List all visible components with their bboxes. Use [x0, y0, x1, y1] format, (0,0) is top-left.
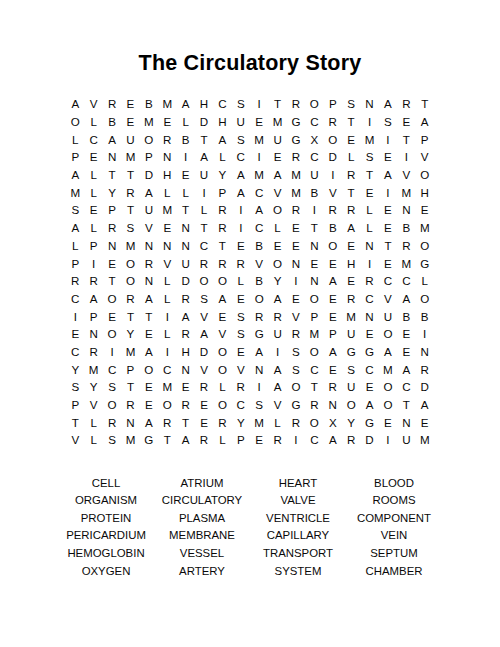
grid-cell-r17c2: Y	[84, 378, 102, 396]
grid-cell-r13c9: E	[213, 307, 231, 325]
grid-cell-r14c19: E	[397, 325, 415, 343]
grid-cell-r13c16: M	[342, 307, 360, 325]
grid-cell-r9c14: N	[305, 237, 323, 255]
grid-cell-r7c1: S	[66, 201, 84, 219]
grid-cell-r16c20: R	[416, 360, 434, 378]
grid-cell-r14c9: V	[213, 325, 231, 343]
grid-cell-r13c12: R	[268, 307, 286, 325]
grid-cell-r11c7: D	[176, 272, 194, 290]
word-list-item: VEIN	[346, 527, 442, 545]
grid-cell-r7c20: E	[416, 201, 434, 219]
grid-cell-r14c8: A	[195, 325, 213, 343]
grid-cell-r8c11: C	[250, 219, 268, 237]
grid-cell-r3c9: A	[213, 130, 231, 148]
grid-cell-r14c6: L	[158, 325, 176, 343]
grid-cell-r10c7: U	[176, 254, 194, 272]
grid-cell-r8c16: A	[342, 219, 360, 237]
grid-cell-r8c14: T	[305, 219, 323, 237]
grid-cell-r17c3: S	[103, 378, 121, 396]
grid-cell-r7c8: L	[195, 201, 213, 219]
grid-cell-r18c10: C	[232, 396, 250, 414]
grid-cell-r17c18: O	[379, 378, 397, 396]
grid-cell-r19c6: R	[158, 413, 176, 431]
grid-cell-r18c14: R	[305, 396, 323, 414]
word-list-item: HEART	[250, 474, 346, 492]
grid-cell-r1c1: A	[66, 95, 84, 113]
grid-cell-r19c19: N	[397, 413, 415, 431]
grid-cell-r1c19: R	[397, 95, 415, 113]
grid-cell-r14c1: E	[66, 325, 84, 343]
grid-cell-r18c5: E	[140, 396, 158, 414]
grid-cell-r7c14: I	[305, 201, 323, 219]
grid-cell-r19c12: L	[268, 413, 286, 431]
grid-cell-r14c14: M	[305, 325, 323, 343]
word-list-item: TRANSPORT	[250, 544, 346, 562]
grid-cell-r14c15: P	[324, 325, 342, 343]
grid-cell-r8c10: I	[232, 219, 250, 237]
grid-cell-r5c12: A	[268, 166, 286, 184]
grid-cell-r7c18: E	[379, 201, 397, 219]
word-list-item: BLOOD	[346, 474, 442, 492]
grid-cell-r20c3: S	[103, 431, 121, 449]
grid-cell-r13c11: R	[250, 307, 268, 325]
grid-cell-r7c10: I	[232, 201, 250, 219]
grid-cell-r14c3: O	[103, 325, 121, 343]
grid-cell-r9c12: E	[268, 237, 286, 255]
grid-cell-r1c2: V	[84, 95, 102, 113]
grid-cell-r8c3: R	[103, 219, 121, 237]
grid-cell-r4c3: N	[103, 148, 121, 166]
grid-cell-r6c14: B	[305, 183, 323, 201]
grid-cell-r2c1: O	[66, 113, 84, 131]
grid-cell-r11c17: R	[360, 272, 378, 290]
word-list-item: CAPILLARY	[250, 527, 346, 545]
grid-cell-r15c20: N	[416, 343, 434, 361]
grid-cell-r5c5: D	[140, 166, 158, 184]
grid-cell-r5c7: E	[176, 166, 194, 184]
grid-cell-r13c14: P	[305, 307, 323, 325]
grid-cell-r20c18: I	[379, 431, 397, 449]
grid-cell-r13c6: I	[158, 307, 176, 325]
grid-cell-r15c1: C	[66, 343, 84, 361]
grid-cell-r16c15: E	[324, 360, 342, 378]
grid-cell-r7c13: R	[287, 201, 305, 219]
grid-cell-r9c16: E	[342, 237, 360, 255]
grid-cell-r1c12: T	[268, 95, 286, 113]
grid-cell-r20c13: I	[287, 431, 305, 449]
grid-cell-r20c20: M	[416, 431, 434, 449]
grid-cell-r8c7: N	[176, 219, 194, 237]
grid-cell-r1c18: A	[379, 95, 397, 113]
grid-cell-r1c9: C	[213, 95, 231, 113]
grid-cell-r19c20: E	[416, 413, 434, 431]
grid-cell-r10c10: R	[232, 254, 250, 272]
grid-cell-r8c1: A	[66, 219, 84, 237]
grid-cell-r9c9: T	[213, 237, 231, 255]
grid-cell-r7c17: L	[360, 201, 378, 219]
grid-cell-r8c18: E	[379, 219, 397, 237]
grid-cell-r5c14: U	[305, 166, 323, 184]
grid-cell-r10c16: H	[342, 254, 360, 272]
grid-cell-r13c2: P	[84, 307, 102, 325]
grid-cell-r16c10: V	[232, 360, 250, 378]
grid-cell-r16c13: S	[287, 360, 305, 378]
grid-cell-r17c17: E	[360, 378, 378, 396]
grid-cell-r14c18: O	[379, 325, 397, 343]
grid-cell-r1c4: E	[121, 95, 139, 113]
grid-cell-r14c5: E	[140, 325, 158, 343]
grid-cell-r14c2: N	[84, 325, 102, 343]
grid-cell-r18c9: O	[213, 396, 231, 414]
grid-cell-r14c4: Y	[121, 325, 139, 343]
grid-cell-r15c2: R	[84, 343, 102, 361]
grid-cell-r15c14: O	[305, 343, 323, 361]
grid-cell-r1c17: N	[360, 95, 378, 113]
grid-cell-r4c2: E	[84, 148, 102, 166]
grid-cell-r19c13: R	[287, 413, 305, 431]
grid-cell-r5c3: T	[103, 166, 121, 184]
word-list-item: VENTRICLE	[250, 509, 346, 527]
word-list-item: PROTEIN	[58, 509, 154, 527]
grid-cell-r5c15: I	[324, 166, 342, 184]
grid-cell-r3c15: O	[324, 130, 342, 148]
grid-cell-r6c4: R	[121, 183, 139, 201]
grid-cell-r1c16: S	[342, 95, 360, 113]
grid-cell-r20c8: R	[195, 431, 213, 449]
grid-cell-r18c3: O	[103, 396, 121, 414]
grid-cell-r20c10: P	[232, 431, 250, 449]
grid-cell-r19c8: E	[195, 413, 213, 431]
grid-cell-r16c6: C	[158, 360, 176, 378]
grid-cell-r11c11: B	[250, 272, 268, 290]
word-search-grid: AVREBMAHCSITROPSNARTOLBEMELDHUEMGCRTISEA…	[0, 95, 500, 449]
grid-cell-r12c9: A	[213, 290, 231, 308]
grid-cell-r12c19: A	[397, 290, 415, 308]
grid-cell-r3c1: L	[66, 130, 84, 148]
puzzle-title: The Circulatory Story	[0, 0, 500, 76]
grid-cell-r19c18: E	[379, 413, 397, 431]
grid-cell-r15c8: D	[195, 343, 213, 361]
grid-cell-r12c13: E	[287, 290, 305, 308]
grid-cell-r13c3: E	[103, 307, 121, 325]
grid-cell-r12c14: O	[305, 290, 323, 308]
grid-cell-r20c2: L	[84, 431, 102, 449]
grid-cell-r19c4: N	[121, 413, 139, 431]
grid-cell-r6c2: L	[84, 183, 102, 201]
grid-cell-r3c5: O	[140, 130, 158, 148]
worksheet-page: The Circulatory Story AVREBMAHCSITROPSNA…	[0, 0, 500, 647]
grid-cell-r6c12: V	[268, 183, 286, 201]
grid-cell-r13c13: V	[287, 307, 305, 325]
grid-cell-r15c10: E	[232, 343, 250, 361]
grid-cell-r14c20: I	[416, 325, 434, 343]
grid-cell-r9c11: B	[250, 237, 268, 255]
grid-cell-r14c11: G	[250, 325, 268, 343]
grid-cell-r16c9: O	[213, 360, 231, 378]
grid-cell-r15c4: M	[121, 343, 139, 361]
grid-cell-r16c18: M	[379, 360, 397, 378]
grid-cell-r3c18: I	[379, 130, 397, 148]
grid-cell-r14c12: U	[268, 325, 286, 343]
grid-cell-r7c11: A	[250, 201, 268, 219]
grid-cell-r11c19: C	[397, 272, 415, 290]
grid-cell-r17c5: E	[140, 378, 158, 396]
grid-cell-r4c1: P	[66, 148, 84, 166]
grid-cell-r11c2: R	[84, 272, 102, 290]
word-list-item: CHAMBER	[346, 562, 442, 580]
grid-cell-r8c2: L	[84, 219, 102, 237]
grid-cell-r4c14: C	[305, 148, 323, 166]
grid-cell-r6c17: E	[360, 183, 378, 201]
grid-cell-r13c7: A	[176, 307, 194, 325]
grid-cell-r2c6: E	[158, 113, 176, 131]
grid-cell-r20c15: A	[324, 431, 342, 449]
grid-cell-r5c17: T	[360, 166, 378, 184]
grid-cell-r1c6: M	[158, 95, 176, 113]
grid-cell-r15c15: A	[324, 343, 342, 361]
grid-cell-r16c7: N	[176, 360, 194, 378]
grid-cell-r11c16: E	[342, 272, 360, 290]
grid-cell-r17c6: M	[158, 378, 176, 396]
grid-cell-r10c4: O	[121, 254, 139, 272]
grid-cell-r2c5: M	[140, 113, 158, 131]
grid-cell-r2c10: U	[232, 113, 250, 131]
grid-cell-r9c5: N	[140, 237, 158, 255]
grid-cell-r13c18: U	[379, 307, 397, 325]
grid-cell-r3c4: U	[121, 130, 139, 148]
grid-cell-r15c16: G	[342, 343, 360, 361]
grid-cell-r10c8: R	[195, 254, 213, 272]
grid-cell-r3c2: C	[84, 130, 102, 148]
word-list-item: CELL	[58, 474, 154, 492]
grid-cell-r13c8: V	[195, 307, 213, 325]
grid-cell-r3c19: T	[397, 130, 415, 148]
grid-cell-r20c1: V	[66, 431, 84, 449]
grid-cell-r6c11: C	[250, 183, 268, 201]
word-list-item: SEPTUM	[346, 544, 442, 562]
grid-cell-r10c18: E	[379, 254, 397, 272]
grid-cell-r10c13: N	[287, 254, 305, 272]
grid-cell-r11c5: N	[140, 272, 158, 290]
grid-cell-r15c17: G	[360, 343, 378, 361]
grid-cell-r6c18: I	[379, 183, 397, 201]
grid-cell-r1c3: R	[103, 95, 121, 113]
grid-cell-r19c5: A	[140, 413, 158, 431]
grid-cell-r18c17: A	[360, 396, 378, 414]
grid-cell-r10c2: I	[84, 254, 102, 272]
grid-cell-r4c10: C	[232, 148, 250, 166]
grid-cell-r3c11: M	[250, 130, 268, 148]
grid-cell-r9c4: M	[121, 237, 139, 255]
grid-cell-r2c19: E	[397, 113, 415, 131]
grid-cell-r9c10: E	[232, 237, 250, 255]
word-list-item: ROOMS	[346, 491, 442, 509]
grid-cell-r14c10: S	[232, 325, 250, 343]
grid-cell-r15c19: E	[397, 343, 415, 361]
grid-cell-r20c7: A	[176, 431, 194, 449]
grid-cell-r16c8: V	[195, 360, 213, 378]
grid-cell-r6c7: L	[176, 183, 194, 201]
grid-cell-r6c3: Y	[103, 183, 121, 201]
grid-cell-r6c20: H	[416, 183, 434, 201]
grid-cell-r17c1: S	[66, 378, 84, 396]
grid-cell-r12c6: L	[158, 290, 176, 308]
grid-cell-r1c15: P	[324, 95, 342, 113]
word-list-item: VALVE	[250, 491, 346, 509]
grid-cell-r8c19: B	[397, 219, 415, 237]
grid-cell-r10c14: E	[305, 254, 323, 272]
grid-cell-r8c20: M	[416, 219, 434, 237]
grid-cell-r6c10: A	[232, 183, 250, 201]
grid-cell-r18c2: V	[84, 396, 102, 414]
grid-cell-r15c7: H	[176, 343, 194, 361]
grid-cell-r9c20: O	[416, 237, 434, 255]
grid-cell-r15c3: I	[103, 343, 121, 361]
grid-cell-r19c15: X	[324, 413, 342, 431]
grid-cell-r11c1: R	[66, 272, 84, 290]
grid-cell-r19c7: T	[176, 413, 194, 431]
grid-cell-r16c16: S	[342, 360, 360, 378]
grid-cell-r11c15: A	[324, 272, 342, 290]
word-list-item: CIRCULATORY	[154, 491, 250, 509]
word-list-item: VESSEL	[154, 544, 250, 562]
grid-cell-r17c4: T	[121, 378, 139, 396]
grid-cell-r10c15: E	[324, 254, 342, 272]
grid-cell-r5c13: M	[287, 166, 305, 184]
grid-cell-r4c5: P	[140, 148, 158, 166]
grid-cell-r7c9: R	[213, 201, 231, 219]
grid-cell-r2c3: B	[103, 113, 121, 131]
grid-cell-r16c12: A	[268, 360, 286, 378]
grid-cell-r11c13: I	[287, 272, 305, 290]
grid-cell-r20c11: E	[250, 431, 268, 449]
grid-cell-r2c18: S	[379, 113, 397, 131]
word-list-item: PERICARDIUM	[58, 527, 154, 545]
grid-cell-r20c9: L	[213, 431, 231, 449]
grid-cell-r9c8: C	[195, 237, 213, 255]
grid-cell-r6c8: I	[195, 183, 213, 201]
grid-cell-r15c18: A	[379, 343, 397, 361]
grid-cell-r6c13: M	[287, 183, 305, 201]
grid-cell-r19c14: O	[305, 413, 323, 431]
grid-cell-r13c10: S	[232, 307, 250, 325]
grid-cell-r1c11: I	[250, 95, 268, 113]
grid-cell-r6c5: A	[140, 183, 158, 201]
word-list-item: OXYGEN	[58, 562, 154, 580]
grid-cell-r5c6: H	[158, 166, 176, 184]
grid-cell-r16c4: P	[121, 360, 139, 378]
grid-cell-r12c2: A	[84, 290, 102, 308]
grid-cell-r2c11: E	[250, 113, 268, 131]
grid-cell-r20c17: D	[360, 431, 378, 449]
grid-cell-r2c13: G	[287, 113, 305, 131]
grid-cell-r17c19: C	[397, 378, 415, 396]
grid-cell-r12c4: R	[121, 290, 139, 308]
grid-cell-r5c16: R	[342, 166, 360, 184]
grid-cell-r6c15: V	[324, 183, 342, 201]
grid-cell-r9c2: P	[84, 237, 102, 255]
grid-cell-r20c6: T	[158, 431, 176, 449]
grid-cell-r2c12: M	[268, 113, 286, 131]
grid-cell-r11c20: L	[416, 272, 434, 290]
grid-cell-r2c7: L	[176, 113, 194, 131]
grid-cell-r20c16: R	[342, 431, 360, 449]
grid-cell-r16c3: C	[103, 360, 121, 378]
grid-cell-r18c8: E	[195, 396, 213, 414]
grid-cell-r13c5: T	[140, 307, 158, 325]
grid-cell-r4c18: E	[379, 148, 397, 166]
grid-cell-r16c1: Y	[66, 360, 84, 378]
word-list-item: ORGANISM	[58, 491, 154, 509]
grid-cell-r12c5: A	[140, 290, 158, 308]
grid-cell-r17c14: T	[305, 378, 323, 396]
grid-cell-r3c6: R	[158, 130, 176, 148]
grid-cell-r8c17: L	[360, 219, 378, 237]
grid-cell-r11c6: L	[158, 272, 176, 290]
grid-cell-r18c19: T	[397, 396, 415, 414]
grid-cell-r2c8: D	[195, 113, 213, 131]
grid-cell-r10c1: P	[66, 254, 84, 272]
grid-cell-r12c1: C	[66, 290, 84, 308]
grid-cell-r2c14: C	[305, 113, 323, 131]
grid-cell-r4c11: I	[250, 148, 268, 166]
grid-cell-r5c19: V	[397, 166, 415, 184]
grid-cell-r5c2: L	[84, 166, 102, 184]
grid-cell-r3c8: T	[195, 130, 213, 148]
grid-cell-r10c20: G	[416, 254, 434, 272]
word-list-item: MEMBRANE	[154, 527, 250, 545]
word-list: CELLATRIUMHEARTBLOODORGANISMCIRCULATORYV…	[0, 474, 500, 580]
grid-cell-r18c15: N	[324, 396, 342, 414]
grid-cell-r10c5: R	[140, 254, 158, 272]
grid-cell-r13c20: B	[416, 307, 434, 325]
grid-cell-r12c15: E	[324, 290, 342, 308]
grid-cell-r3c13: G	[287, 130, 305, 148]
grid-cell-r16c19: A	[397, 360, 415, 378]
grid-cell-r17c12: A	[268, 378, 286, 396]
grid-cell-r19c2: L	[84, 413, 102, 431]
grid-cell-r8c13: E	[287, 219, 305, 237]
grid-cell-r17c15: R	[324, 378, 342, 396]
grid-cell-r19c1: T	[66, 413, 84, 431]
grid-cell-r13c4: T	[121, 307, 139, 325]
grid-cell-r18c4: R	[121, 396, 139, 414]
grid-cell-r12c7: R	[176, 290, 194, 308]
grid-cell-r7c19: N	[397, 201, 415, 219]
grid-cell-r9c13: E	[287, 237, 305, 255]
grid-cell-r12c11: O	[250, 290, 268, 308]
grid-cell-r12c18: V	[379, 290, 397, 308]
grid-cell-r18c6: O	[158, 396, 176, 414]
grid-cell-r15c13: S	[287, 343, 305, 361]
grid-cell-r11c3: T	[103, 272, 121, 290]
grid-cell-r10c11: V	[250, 254, 268, 272]
grid-cell-r17c20: D	[416, 378, 434, 396]
grid-cell-r6c16: T	[342, 183, 360, 201]
grid-cell-r7c7: T	[176, 201, 194, 219]
grid-cell-r18c18: O	[379, 396, 397, 414]
grid-cell-r4c20: V	[416, 148, 434, 166]
grid-cell-r20c4: M	[121, 431, 139, 449]
grid-cell-r12c17: C	[360, 290, 378, 308]
grid-cell-r8c12: L	[268, 219, 286, 237]
grid-cell-r7c4: T	[121, 201, 139, 219]
grid-cell-r4c6: N	[158, 148, 176, 166]
grid-cell-r10c17: I	[360, 254, 378, 272]
grid-cell-r8c6: E	[158, 219, 176, 237]
grid-cell-r1c14: O	[305, 95, 323, 113]
grid-cell-r20c19: U	[397, 431, 415, 449]
